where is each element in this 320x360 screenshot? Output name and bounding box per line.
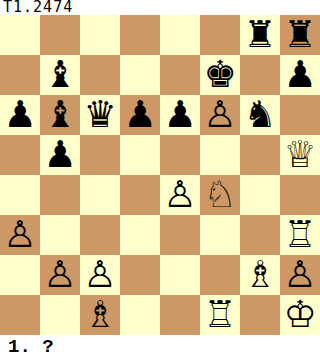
square-f4[interactable]: ♘ (200, 175, 240, 215)
square-a3[interactable]: ♙ (0, 215, 40, 255)
square-a1[interactable] (0, 295, 40, 335)
square-d1[interactable] (120, 295, 160, 335)
square-c6[interactable]: ♛ (80, 95, 120, 135)
square-d6[interactable]: ♟ (120, 95, 160, 135)
square-d5[interactable] (120, 135, 160, 175)
square-d4[interactable] (120, 175, 160, 215)
square-h6[interactable] (280, 95, 320, 135)
piece-white-knight: ♘ (203, 175, 236, 215)
square-b2[interactable]: ♙ (40, 255, 80, 295)
square-f3[interactable] (200, 215, 240, 255)
piece-white-bishop: ♗ (243, 255, 276, 295)
piece-white-king: ♔ (283, 295, 316, 335)
square-d3[interactable] (120, 215, 160, 255)
square-c7[interactable] (80, 55, 120, 95)
piece-white-rook: ♖ (203, 295, 236, 335)
chess-puzzle-app: T1.2474 ♜♜♝♚♟♟♝♛♟♟♙♞♟♕♙♘♙♖♙♙♗♙♗♖♔ 1. ? (0, 0, 320, 360)
square-h5[interactable]: ♕ (280, 135, 320, 175)
square-e2[interactable] (160, 255, 200, 295)
square-b4[interactable] (40, 175, 80, 215)
square-g5[interactable] (240, 135, 280, 175)
piece-white-rook: ♖ (283, 215, 316, 255)
square-f2[interactable] (200, 255, 240, 295)
square-c2[interactable]: ♙ (80, 255, 120, 295)
piece-black-pawn: ♟ (163, 95, 196, 135)
square-h4[interactable] (280, 175, 320, 215)
square-h2[interactable]: ♙ (280, 255, 320, 295)
piece-white-pawn: ♙ (3, 215, 36, 255)
square-b1[interactable] (40, 295, 80, 335)
piece-white-queen: ♕ (283, 135, 316, 175)
square-c4[interactable] (80, 175, 120, 215)
square-h7[interactable]: ♟ (280, 55, 320, 95)
square-a5[interactable] (0, 135, 40, 175)
piece-black-pawn: ♟ (283, 55, 316, 95)
piece-black-bishop: ♝ (43, 95, 76, 135)
square-a2[interactable] (0, 255, 40, 295)
square-a7[interactable] (0, 55, 40, 95)
square-a4[interactable] (0, 175, 40, 215)
square-f7[interactable]: ♚ (200, 55, 240, 95)
square-e5[interactable] (160, 135, 200, 175)
square-b5[interactable]: ♟ (40, 135, 80, 175)
square-f8[interactable] (200, 15, 240, 55)
square-f5[interactable] (200, 135, 240, 175)
square-g4[interactable] (240, 175, 280, 215)
square-c8[interactable] (80, 15, 120, 55)
square-b6[interactable]: ♝ (40, 95, 80, 135)
square-e3[interactable] (160, 215, 200, 255)
square-g3[interactable] (240, 215, 280, 255)
square-f1[interactable]: ♖ (200, 295, 240, 335)
square-d8[interactable] (120, 15, 160, 55)
square-g8[interactable]: ♜ (240, 15, 280, 55)
square-e7[interactable] (160, 55, 200, 95)
square-e6[interactable]: ♟ (160, 95, 200, 135)
header: T1.2474 (0, 0, 320, 15)
square-b7[interactable]: ♝ (40, 55, 80, 95)
chess-board: ♜♜♝♚♟♟♝♛♟♟♙♞♟♕♙♘♙♖♙♙♗♙♗♖♔ (0, 15, 320, 335)
move-prompt: 1. ? (0, 335, 54, 360)
piece-white-bishop: ♗ (83, 295, 116, 335)
square-g7[interactable] (240, 55, 280, 95)
piece-white-pawn: ♙ (283, 255, 316, 295)
piece-black-knight: ♞ (243, 95, 276, 135)
square-b3[interactable] (40, 215, 80, 255)
square-a8[interactable] (0, 15, 40, 55)
square-h1[interactable]: ♔ (280, 295, 320, 335)
piece-white-pawn: ♙ (43, 255, 76, 295)
piece-white-pawn: ♙ (203, 95, 236, 135)
square-d7[interactable] (120, 55, 160, 95)
footer: 1. ? (0, 335, 320, 360)
square-c3[interactable] (80, 215, 120, 255)
piece-black-rook: ♜ (243, 15, 276, 55)
square-e4[interactable]: ♙ (160, 175, 200, 215)
piece-white-pawn: ♙ (163, 175, 196, 215)
piece-black-bishop: ♝ (43, 55, 76, 95)
piece-black-pawn: ♟ (123, 95, 156, 135)
piece-black-queen: ♛ (83, 95, 116, 135)
square-f6[interactable]: ♙ (200, 95, 240, 135)
square-a6[interactable]: ♟ (0, 95, 40, 135)
square-g1[interactable] (240, 295, 280, 335)
square-h3[interactable]: ♖ (280, 215, 320, 255)
square-b8[interactable] (40, 15, 80, 55)
piece-black-pawn: ♟ (43, 135, 76, 175)
square-h8[interactable]: ♜ (280, 15, 320, 55)
square-e1[interactable] (160, 295, 200, 335)
square-g6[interactable]: ♞ (240, 95, 280, 135)
square-g2[interactable]: ♗ (240, 255, 280, 295)
puzzle-id: T1.2474 (0, 0, 73, 15)
square-d2[interactable] (120, 255, 160, 295)
piece-black-rook: ♜ (283, 15, 316, 55)
square-e8[interactable] (160, 15, 200, 55)
piece-black-king: ♚ (203, 55, 236, 95)
square-c1[interactable]: ♗ (80, 295, 120, 335)
piece-black-pawn: ♟ (3, 95, 36, 135)
square-c5[interactable] (80, 135, 120, 175)
piece-white-pawn: ♙ (83, 255, 116, 295)
